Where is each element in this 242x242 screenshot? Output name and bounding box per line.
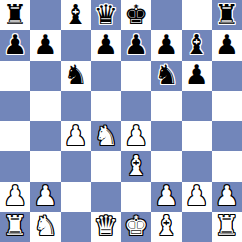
square-f7[interactable]: ♟ (151, 30, 181, 60)
square-b3[interactable] (30, 151, 60, 181)
square-h6[interactable] (212, 61, 242, 91)
square-g1[interactable] (182, 212, 212, 242)
square-h7[interactable]: ♟ (212, 30, 242, 60)
square-g5[interactable] (182, 91, 212, 121)
square-g7[interactable]: ♝ (182, 30, 212, 60)
piece-black-knight[interactable]: ♞ (154, 61, 178, 88)
piece-white-bishop[interactable]: ♝ (124, 152, 148, 179)
square-b4[interactable] (30, 121, 60, 151)
square-d6[interactable] (91, 61, 121, 91)
square-h5[interactable] (212, 91, 242, 121)
square-g6[interactable]: ♟ (182, 61, 212, 91)
square-e4[interactable]: ♟ (121, 121, 151, 151)
piece-black-pawn[interactable]: ♟ (124, 31, 148, 58)
square-c8[interactable]: ♝ (61, 0, 91, 30)
piece-black-bishop[interactable]: ♝ (185, 31, 209, 58)
piece-white-queen[interactable]: ♛ (94, 212, 118, 239)
square-b5[interactable] (30, 91, 60, 121)
square-a6[interactable] (0, 61, 30, 91)
square-h8[interactable]: ♜ (212, 0, 242, 30)
square-c1[interactable] (61, 212, 91, 242)
square-d2[interactable] (91, 182, 121, 212)
square-h2[interactable]: ♟ (212, 182, 242, 212)
square-a4[interactable] (0, 121, 30, 151)
square-c5[interactable] (61, 91, 91, 121)
piece-black-pawn[interactable]: ♟ (185, 61, 209, 88)
piece-black-king[interactable]: ♚ (124, 1, 148, 28)
square-e2[interactable] (121, 182, 151, 212)
square-a1[interactable]: ♜ (0, 212, 30, 242)
square-c7[interactable] (61, 30, 91, 60)
piece-black-knight[interactable]: ♞ (64, 61, 88, 88)
square-h3[interactable] (212, 151, 242, 181)
square-h4[interactable] (212, 121, 242, 151)
square-a8[interactable]: ♜ (0, 0, 30, 30)
piece-black-pawn[interactable]: ♟ (215, 31, 239, 58)
square-a3[interactable] (0, 151, 30, 181)
piece-black-queen[interactable]: ♛ (94, 1, 118, 28)
square-e1[interactable]: ♚ (121, 212, 151, 242)
square-f6[interactable]: ♞ (151, 61, 181, 91)
piece-white-knight[interactable]: ♞ (33, 212, 57, 239)
piece-black-pawn[interactable]: ♟ (3, 31, 27, 58)
chess-board: ♜♝♛♚♜♟♟♟♟♟♝♟♞♞♟♟♞♟♝♟♟♟♟♟♜♞♛♚♝♜ (0, 0, 242, 242)
square-h1[interactable]: ♜ (212, 212, 242, 242)
square-d5[interactable] (91, 91, 121, 121)
piece-white-knight[interactable]: ♞ (94, 122, 118, 149)
square-b7[interactable]: ♟ (30, 30, 60, 60)
square-e5[interactable] (121, 91, 151, 121)
square-g4[interactable] (182, 121, 212, 151)
piece-black-pawn[interactable]: ♟ (154, 31, 178, 58)
piece-white-pawn[interactable]: ♟ (64, 122, 88, 149)
square-a7[interactable]: ♟ (0, 30, 30, 60)
square-f2[interactable]: ♟ (151, 182, 181, 212)
square-c2[interactable] (61, 182, 91, 212)
square-a2[interactable]: ♟ (0, 182, 30, 212)
piece-black-bishop[interactable]: ♝ (64, 1, 88, 28)
piece-white-bishop[interactable]: ♝ (154, 212, 178, 239)
square-c4[interactable]: ♟ (61, 121, 91, 151)
piece-white-rook[interactable]: ♜ (3, 212, 27, 239)
square-g2[interactable]: ♟ (182, 182, 212, 212)
square-f5[interactable] (151, 91, 181, 121)
square-d8[interactable]: ♛ (91, 0, 121, 30)
square-d3[interactable] (91, 151, 121, 181)
piece-black-pawn[interactable]: ♟ (33, 31, 57, 58)
square-f1[interactable]: ♝ (151, 212, 181, 242)
square-e8[interactable]: ♚ (121, 0, 151, 30)
square-g3[interactable] (182, 151, 212, 181)
square-e3[interactable]: ♝ (121, 151, 151, 181)
square-a5[interactable] (0, 91, 30, 121)
square-c6[interactable]: ♞ (61, 61, 91, 91)
square-e7[interactable]: ♟ (121, 30, 151, 60)
square-b1[interactable]: ♞ (30, 212, 60, 242)
square-c3[interactable] (61, 151, 91, 181)
square-d1[interactable]: ♛ (91, 212, 121, 242)
square-b2[interactable]: ♟ (30, 182, 60, 212)
square-b8[interactable] (30, 0, 60, 30)
square-e6[interactable] (121, 61, 151, 91)
square-d4[interactable]: ♞ (91, 121, 121, 151)
square-f4[interactable] (151, 121, 181, 151)
piece-white-pawn[interactable]: ♟ (124, 122, 148, 149)
square-d7[interactable]: ♟ (91, 30, 121, 60)
square-f3[interactable] (151, 151, 181, 181)
piece-white-pawn[interactable]: ♟ (215, 182, 239, 209)
square-g8[interactable] (182, 0, 212, 30)
piece-white-pawn[interactable]: ♟ (154, 182, 178, 209)
piece-white-pawn[interactable]: ♟ (185, 182, 209, 209)
piece-black-rook[interactable]: ♜ (215, 1, 239, 28)
square-b6[interactable] (30, 61, 60, 91)
piece-white-king[interactable]: ♚ (124, 212, 148, 239)
piece-white-rook[interactable]: ♜ (215, 212, 239, 239)
piece-white-pawn[interactable]: ♟ (3, 182, 27, 209)
square-f8[interactable] (151, 0, 181, 30)
piece-black-pawn[interactable]: ♟ (94, 31, 118, 58)
piece-black-rook[interactable]: ♜ (3, 1, 27, 28)
piece-white-pawn[interactable]: ♟ (33, 182, 57, 209)
